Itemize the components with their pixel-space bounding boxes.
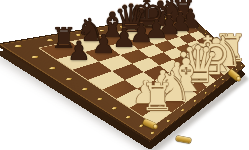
brass-stud-icon (48, 66, 56, 69)
brass-stud-icon (235, 69, 237, 71)
brass-stud-icon (151, 20, 155, 22)
brass-stud-icon (125, 115, 131, 118)
brass-stud-icon (193, 100, 196, 102)
brass-stud-icon (217, 44, 219, 45)
brass-stud-icon (204, 32, 206, 33)
brass-stud-icon (81, 87, 88, 90)
brass-stud-icon (211, 38, 213, 39)
chess-set-product-photo: ♜♞♝♟♚♟♛♟♟♝♟♞♟♜♟♟♟♟♜♟♞♟♝♟♚♛♟♝♟♞♟♜ (0, 0, 249, 150)
brass-stud-icon (222, 79, 224, 81)
brass-stud-icon (223, 49, 225, 50)
brass-stud-icon (46, 39, 54, 42)
brass-stud-icon (197, 26, 199, 27)
brass-stud-icon (96, 97, 102, 100)
brass-stud-icon (119, 26, 124, 28)
brass-stud-icon (30, 55, 39, 58)
brass-stud-icon (65, 77, 72, 80)
brass-stud-icon (175, 16, 178, 17)
brass-stud-icon (75, 34, 81, 36)
brass-stud-icon (136, 23, 140, 25)
brass-stud-icon (14, 45, 23, 48)
brass-stud-icon (184, 15, 187, 16)
brass-stud-icon (190, 20, 193, 21)
brass-stud-icon (181, 109, 185, 112)
brass-stud-icon (229, 55, 231, 56)
brass-stud-icon (204, 92, 207, 94)
brass-stud-icon (99, 30, 104, 32)
brass-stud-icon (235, 60, 237, 61)
brass-stud-icon (241, 65, 243, 66)
brass-stud-icon (213, 85, 216, 87)
bottom-hinge-icon (176, 136, 192, 144)
brass-stud-icon (166, 120, 170, 123)
brass-stud-icon (150, 131, 155, 135)
brass-stud-icon (111, 106, 117, 109)
brass-stud-icon (163, 18, 166, 19)
